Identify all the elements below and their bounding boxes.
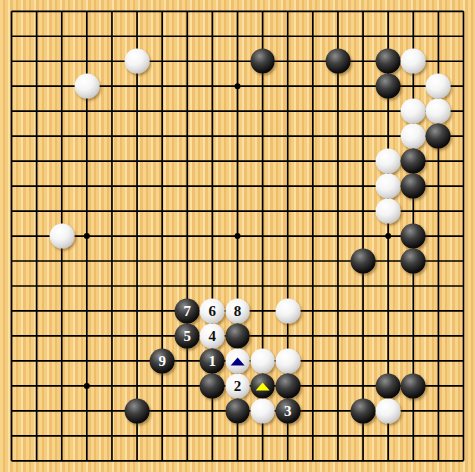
stone-black	[401, 224, 426, 249]
stone-black: 7	[175, 299, 200, 324]
stone-white	[250, 398, 275, 423]
stone-white	[125, 49, 150, 74]
stone-white	[376, 398, 401, 423]
stone-white: 6	[200, 299, 225, 324]
move-number-label: 5	[184, 328, 192, 343]
stone-black	[351, 249, 376, 274]
stone-black	[225, 398, 250, 423]
stone-black	[426, 124, 451, 149]
move-number-label: 3	[284, 403, 292, 418]
go-board[interactable]: 768549123	[0, 0, 475, 472]
stone-white	[401, 124, 426, 149]
stone-white	[250, 349, 275, 374]
move-number-label: 2	[234, 378, 242, 393]
stone-black	[326, 49, 351, 74]
stone-black	[200, 373, 225, 398]
stone-black: 5	[175, 324, 200, 349]
move-number-label: 8	[234, 303, 242, 318]
triangle-marker-icon	[256, 382, 270, 390]
move-number-label: 7	[184, 303, 192, 318]
move-number-label: 1	[209, 353, 217, 368]
stone-black	[351, 398, 376, 423]
stone-white: 2	[225, 373, 250, 398]
stone-black	[275, 373, 300, 398]
stone-white	[376, 174, 401, 199]
stone-black	[250, 49, 275, 74]
stone-black: 9	[150, 349, 175, 374]
stone-black	[376, 49, 401, 74]
stone-black	[401, 174, 426, 199]
stone-white	[275, 299, 300, 324]
stone-white	[49, 224, 74, 249]
stone-black	[125, 398, 150, 423]
stone-black	[225, 324, 250, 349]
stone-white	[401, 49, 426, 74]
stone-white	[426, 99, 451, 124]
stone-black	[376, 373, 401, 398]
stone-layer: 768549123	[0, 0, 475, 472]
stone-black	[401, 373, 426, 398]
stone-white	[376, 149, 401, 174]
stone-black: 1	[200, 349, 225, 374]
stone-white	[426, 74, 451, 99]
stone-white	[376, 199, 401, 224]
triangle-marker-icon	[230, 357, 244, 365]
stone-white	[275, 349, 300, 374]
stone-white: 4	[200, 324, 225, 349]
move-number-label: 4	[209, 328, 217, 343]
stone-white	[225, 349, 250, 374]
move-number-label: 9	[158, 353, 166, 368]
stone-black	[250, 373, 275, 398]
move-number-label: 6	[209, 303, 217, 318]
stone-white	[74, 74, 99, 99]
stone-white: 8	[225, 299, 250, 324]
stone-black	[376, 74, 401, 99]
stone-black: 3	[275, 398, 300, 423]
stone-black	[401, 149, 426, 174]
stone-black	[401, 249, 426, 274]
stone-white	[401, 99, 426, 124]
